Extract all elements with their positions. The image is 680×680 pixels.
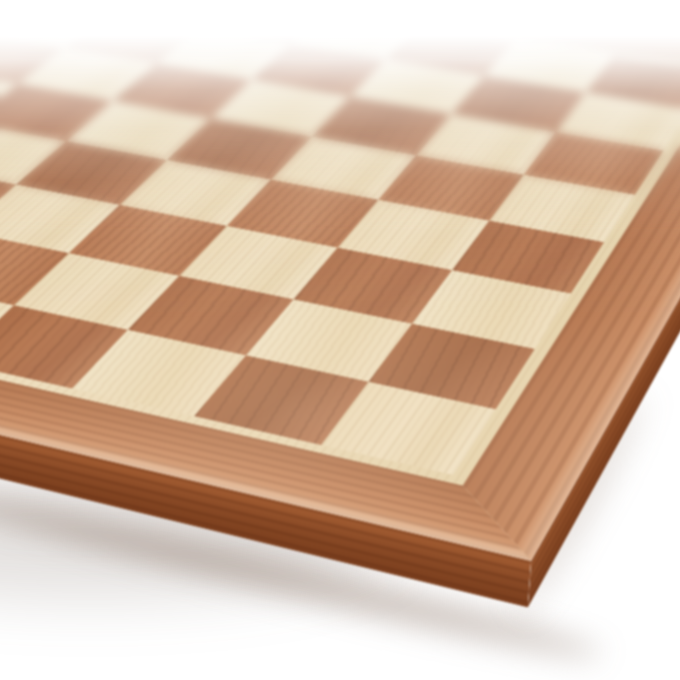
- square-g1[interactable]: [194, 355, 368, 445]
- squares-grid: [0, 0, 680, 475]
- square-f3[interactable]: [179, 226, 337, 299]
- square-h2[interactable]: [368, 324, 534, 410]
- square-h5[interactable]: [489, 175, 635, 243]
- board-3d-scene: [0, 0, 680, 680]
- square-h1[interactable]: [321, 382, 496, 475]
- square-h4[interactable]: [452, 221, 604, 294]
- square-g5[interactable]: [378, 155, 523, 220]
- square-h3[interactable]: [412, 270, 571, 349]
- chessboard: [0, 0, 680, 561]
- square-d3[interactable]: [0, 184, 120, 253]
- square-d2[interactable]: [0, 231, 69, 305]
- square-g4[interactable]: [338, 200, 490, 270]
- square-e1[interactable]: [0, 305, 128, 388]
- square-g2[interactable]: [246, 299, 412, 381]
- square-d1[interactable]: [0, 282, 14, 362]
- square-c3[interactable]: [0, 165, 16, 231]
- square-e2[interactable]: [14, 253, 179, 330]
- square-f2[interactable]: [128, 276, 294, 355]
- photo-white-background: [0, 0, 680, 680]
- square-f1[interactable]: [72, 330, 246, 416]
- square-f4[interactable]: [227, 180, 378, 248]
- square-e4[interactable]: [120, 160, 271, 226]
- square-e3[interactable]: [69, 205, 227, 276]
- square-g3[interactable]: [294, 248, 453, 324]
